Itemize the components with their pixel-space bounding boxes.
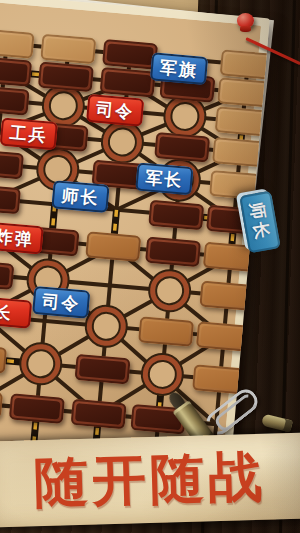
piece-label: 军旗 [159, 59, 198, 79]
facedown-piece-dark[interactable] [0, 56, 32, 87]
facedown-piece-medium[interactable] [196, 321, 252, 352]
facedown-piece-dark[interactable] [0, 149, 24, 180]
facedown-piece-dark[interactable] [102, 39, 158, 70]
piece-blue[interactable]: 军长 [135, 162, 193, 195]
piece-label: 司令 [95, 100, 134, 120]
piece-label: 工兵 [9, 124, 48, 144]
push-pin-base [240, 26, 251, 32]
bullet-small-icon [261, 414, 293, 433]
facedown-piece-dark[interactable] [145, 237, 201, 268]
facedown-piece-medium[interactable] [0, 343, 7, 374]
piece-label: 炸弹 [0, 228, 34, 248]
offboard-piece-label: 师长 [245, 200, 275, 243]
facedown-piece-light[interactable] [0, 28, 35, 59]
facedown-piece-dark[interactable] [0, 184, 21, 215]
screenshot-stage: 军旗司令工兵军长师长炸弹长司令 师长 随开随战 [0, 0, 300, 533]
piece-red[interactable]: 工兵 [0, 117, 58, 150]
promo-banner: 随开随战 [0, 432, 300, 527]
piece-blue[interactable]: 军旗 [150, 52, 208, 85]
push-pin-icon [237, 13, 254, 32]
facedown-piece-dark[interactable] [100, 67, 156, 98]
piece-label: 长 [0, 303, 13, 322]
facedown-piece-dark[interactable] [71, 399, 127, 430]
facedown-piece-dark[interactable] [148, 200, 204, 231]
facedown-piece-dark[interactable] [9, 393, 65, 424]
piece-blue[interactable]: 师长 [51, 180, 109, 213]
facedown-piece-medium[interactable] [85, 231, 141, 262]
piece-label: 师长 [61, 186, 100, 206]
piece-red[interactable]: 司令 [86, 94, 144, 127]
facedown-piece-medium[interactable] [0, 388, 3, 419]
facedown-piece-dark[interactable] [75, 354, 131, 385]
facedown-piece-light[interactable] [220, 49, 270, 80]
facedown-piece-dark[interactable] [0, 85, 30, 116]
piece-red[interactable]: 长 [0, 296, 32, 329]
facedown-piece-light[interactable] [217, 77, 270, 108]
piece-label: 军长 [145, 169, 184, 189]
banner-slogan: 随开随战 [0, 432, 300, 525]
piece-blue[interactable]: 司令 [32, 286, 90, 319]
facedown-piece-medium[interactable] [138, 316, 194, 347]
piece-red[interactable]: 炸弹 [0, 222, 44, 255]
facedown-piece-dark[interactable] [38, 62, 94, 93]
facedown-piece-medium[interactable] [199, 280, 255, 311]
piece-label: 司令 [42, 292, 81, 312]
facedown-piece-light[interactable] [40, 34, 96, 65]
facedown-piece-dark[interactable] [154, 132, 210, 163]
facedown-piece-dark[interactable] [0, 259, 14, 290]
